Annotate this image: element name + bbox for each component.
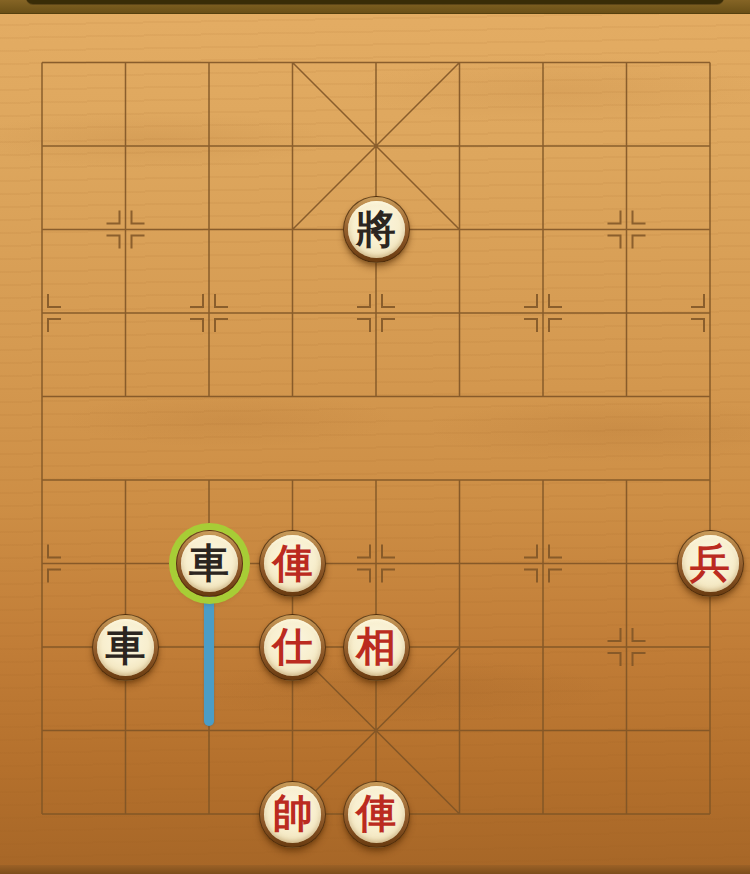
- piece-black-chariot[interactable]: 車: [176, 530, 243, 597]
- top-frame-inset: [26, 0, 724, 4]
- piece-glyph: 仕: [273, 626, 313, 666]
- grid-lines: [42, 63, 710, 815]
- piece-red-chariot[interactable]: 俥: [259, 530, 326, 597]
- piece-face: 將: [348, 201, 405, 258]
- top-frame-bar: [0, 0, 750, 14]
- bottom-frame-bar: [0, 865, 750, 874]
- piece-black-chariot[interactable]: 車: [92, 614, 159, 681]
- piece-face: 俥: [264, 535, 321, 592]
- piece-face: 相: [348, 619, 405, 676]
- piece-face: 俥: [348, 786, 405, 843]
- piece-red-general[interactable]: 帥: [259, 781, 326, 848]
- board-grid[interactable]: [0, 0, 750, 874]
- piece-glyph: 帥: [273, 793, 313, 833]
- piece-glyph: 相: [356, 626, 396, 666]
- piece-red-chariot[interactable]: 俥: [343, 781, 410, 848]
- piece-glyph: 兵: [690, 543, 730, 583]
- piece-red-advisor[interactable]: 仕: [259, 614, 326, 681]
- piece-face: 帥: [264, 786, 321, 843]
- piece-glyph: 俥: [273, 543, 313, 583]
- piece-face: 車: [181, 535, 238, 592]
- piece-face: 車: [97, 619, 154, 676]
- piece-face: 兵: [682, 535, 739, 592]
- piece-glyph: 車: [189, 543, 229, 583]
- xiangqi-board-screen: 將車俥兵車仕相帥俥: [0, 0, 750, 874]
- piece-face: 仕: [264, 619, 321, 676]
- piece-red-elephant[interactable]: 相: [343, 614, 410, 681]
- piece-glyph: 俥: [356, 793, 396, 833]
- piece-black-general[interactable]: 將: [343, 196, 410, 263]
- piece-glyph: 車: [106, 626, 146, 666]
- piece-glyph: 將: [356, 209, 396, 249]
- piece-red-soldier[interactable]: 兵: [677, 530, 744, 597]
